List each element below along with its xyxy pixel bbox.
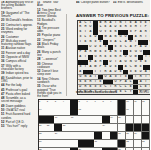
answer-black-square: [78, 45, 83, 50]
clue-number: 15: [79, 108, 82, 110]
puzzle-black-square: [110, 148, 118, 150]
answer-letter-cell: N: [88, 40, 93, 45]
puzzle-empty-cell: [62, 132, 70, 140]
clue-number: 37: [118, 148, 121, 150]
answer-letter-cell: A: [88, 75, 93, 80]
answer-letter-cell: R: [138, 75, 143, 80]
answer-black-square: [143, 50, 148, 55]
clue-number: 7: [94, 100, 95, 102]
answer-letter-cell: O: [88, 25, 93, 30]
clue-column-1: 18 Alphabetically first of the acting Ba…: [1, 1, 34, 149]
answer-letter-cell: S: [113, 75, 118, 80]
clue-number: 28: [126, 132, 129, 134]
puzzle-empty-cell: 37: [118, 148, 126, 150]
puzzle-empty-cell: [94, 116, 102, 124]
clue-number: 36: [79, 148, 82, 150]
answer-letter-cell: G: [118, 35, 123, 40]
answer-black-square: [148, 50, 150, 55]
puzzle-date: 12/9/15: [139, 90, 149, 94]
answer-black-square: [133, 80, 138, 85]
answer-black-square: [93, 30, 98, 35]
clue-item: 14 Tire pressure abbr.: [37, 27, 64, 33]
answer-grid: ACTBRAINTEASERRHOLEADERSHIPSETAOVENSPARE…: [77, 20, 150, 96]
puzzle-empty-cell: 27: [118, 132, 126, 140]
answer-letter-cell: T: [83, 65, 88, 70]
puzzle-empty-cell: [102, 108, 110, 116]
puzzle-empty-cell: [62, 148, 70, 150]
puzzle-empty-cell: [110, 124, 118, 132]
puzzle-empty-cell: [46, 132, 54, 140]
puzzle-empty-cell: [62, 108, 70, 116]
clue-item: 11 "Shane" star Alan: [37, 1, 64, 7]
answer-letter-cell: C: [83, 21, 88, 26]
puzzle-empty-cell: 15: [78, 108, 86, 116]
clue-item: 19 Gargamel of "The Smurfs": [1, 12, 34, 18]
answer-letter-cell: A: [108, 35, 113, 40]
puzzle-empty-cell: [102, 140, 110, 148]
answer-letter-cell: I: [133, 40, 138, 45]
answer-letter-cell: T: [143, 80, 148, 85]
answer-black-square: [128, 75, 133, 80]
clue-number: 14: [39, 108, 42, 110]
answer-black-square: [148, 65, 150, 70]
answer-letter-cell: E: [78, 80, 83, 85]
answer-letter-cell: S: [148, 35, 150, 40]
answer-black-square: [98, 35, 103, 40]
puzzle-empty-cell: 2: [46, 100, 54, 108]
puzzle-black-square: [102, 116, 110, 124]
answer-letter-cell: R: [123, 25, 128, 30]
answer-black-square: [123, 50, 128, 55]
puzzle-empty-cell: [118, 124, 126, 132]
answer-letter-cell: O: [98, 30, 103, 35]
answer-letter-cell: A: [83, 50, 88, 55]
answer-black-square: [118, 30, 123, 35]
answer-black-square: [93, 21, 98, 26]
answer-letter-cell: R: [138, 35, 143, 40]
footer-line: www.latimes.com/crossword 12/9/15: [76, 90, 149, 94]
answer-letter-cell: V: [103, 30, 108, 35]
clue-number: 22: [47, 124, 50, 126]
answer-black-square: [123, 70, 128, 75]
puzzle-empty-cell: [134, 108, 142, 116]
answer-black-square: [103, 40, 108, 45]
clue-item: 51 Fruit-flavored hard candies: [1, 113, 34, 119]
clue-item: 53 "You hurt!" reply: [1, 125, 34, 128]
answer-letter-cell: E: [88, 35, 93, 40]
answer-letter-cell: N: [118, 21, 123, 26]
clue-number: 16: [126, 108, 129, 110]
answer-letter-cell: R: [98, 55, 103, 60]
answer-letter-cell: I: [113, 21, 118, 26]
clue-number: 20: [118, 116, 121, 118]
answer-letter-cell: E: [128, 50, 133, 55]
puzzle-empty-cell: [134, 116, 142, 124]
answer-letter-cell: M: [133, 65, 138, 70]
puzzle-empty-cell: 6: [86, 100, 94, 108]
answer-letter-cell: E: [103, 65, 108, 70]
answer-letter-cell: N: [113, 35, 118, 40]
clue-number: 10: [126, 100, 129, 102]
answer-letter-cell: O: [103, 75, 108, 80]
answer-letter-cell: O: [113, 80, 118, 85]
answer-letter-cell: S: [78, 35, 83, 40]
answer-letter-cell: H: [83, 25, 88, 30]
answer-letter-cell: L: [98, 25, 103, 30]
answer-black-square: [103, 80, 108, 85]
answer-letter-cell: E: [148, 45, 150, 50]
answer-letter-cell: A: [128, 45, 133, 50]
answer-letter-cell: A: [133, 35, 138, 40]
answer-letter-cell: M: [93, 65, 98, 70]
answer-letter-cell: E: [138, 65, 143, 70]
answer-letter-cell: I: [98, 70, 103, 75]
clue-number: 26: [55, 132, 58, 134]
answer-letter-cell: P: [118, 80, 123, 85]
answer-letter-cell: E: [98, 45, 103, 50]
answer-letter-cell: E: [88, 60, 93, 65]
newspaper-crossword-page: 18 Alphabetically first of the acting Ba…: [0, 0, 150, 150]
clue-number: 2: [47, 100, 48, 102]
clue-number: 18: [71, 116, 74, 118]
puzzle-empty-cell: [62, 140, 70, 148]
puzzle-empty-cell: 31: [94, 140, 102, 148]
answer-section-header: ANSWER TO PREVIOUS PUZZLE:: [76, 13, 150, 18]
answer-letter-cell: L: [118, 40, 123, 45]
answer-letter-cell: E: [113, 45, 118, 50]
clue-item: 40 Kazakhstan, prior to 1991: [1, 77, 34, 83]
answer-black-square: [98, 75, 103, 80]
answer-letter-cell: G: [123, 60, 128, 65]
clue-number: 24: [102, 124, 105, 126]
puzzle-empty-cell: [70, 140, 78, 148]
puzzle-empty-cell: 4: [62, 100, 70, 108]
puzzle-black-square: [46, 116, 54, 124]
puzzle-empty-cell: 33: [142, 140, 150, 148]
answer-letter-cell: S: [128, 25, 133, 30]
answer-letter-cell: E: [128, 21, 133, 26]
answer-letter-cell: I: [93, 80, 98, 85]
answer-letter-cell: D: [113, 70, 118, 75]
clue-number: 23: [63, 124, 66, 126]
answer-letter-cell: O: [123, 35, 128, 40]
puzzle-empty-cell: [86, 108, 94, 116]
puzzle-empty-cell: [142, 148, 150, 150]
answer-letter-cell: E: [103, 55, 108, 60]
puzzle-black-square: [118, 140, 126, 148]
answer-letter-cell: R: [118, 55, 123, 60]
answer-letter-cell: A: [88, 65, 93, 70]
puzzle-empty-cell: 18: [70, 116, 78, 124]
puzzle-empty-cell: 35: [39, 148, 47, 150]
puzzle-website-url: www.latimes.com/crossword: [76, 90, 117, 94]
answer-letter-cell: D: [93, 45, 98, 50]
answer-letter-cell: B: [98, 21, 103, 26]
clue-number: 35: [39, 148, 42, 150]
puzzle-empty-cell: [110, 108, 118, 116]
answer-letter-cell: O: [148, 75, 150, 80]
answer-letter-cell: T: [78, 40, 83, 45]
answer-letter-cell: C: [128, 65, 133, 70]
clue-number: 21: [39, 124, 42, 126]
puzzle-empty-cell: 9: [110, 100, 118, 108]
clue-number: 27: [118, 132, 121, 134]
puzzle-empty-cell: [94, 148, 102, 150]
answer-letter-cell: H: [133, 25, 138, 30]
answer-letter-cell: A: [108, 70, 113, 75]
clue-column-4: 55 EMTs' destinations: [113, 1, 149, 12]
puzzle-empty-cell: [142, 116, 150, 124]
puzzle-empty-cell: [78, 132, 86, 140]
answer-letter-cell: E: [148, 80, 150, 85]
clue-column-3: 46 Cockpit panel button?: [76, 1, 110, 12]
puzzle-black-square: [142, 132, 150, 140]
puzzle-empty-cell: 5: [78, 100, 86, 108]
puzzle-empty-cell: 20: [118, 116, 126, 124]
answer-letter-cell: M: [93, 50, 98, 55]
answer-letter-cell: A: [143, 70, 148, 75]
puzzle-black-square: [142, 124, 150, 132]
answer-letter-cell: O: [133, 60, 138, 65]
puzzle-empty-cell: [54, 140, 62, 148]
clue-item: 55 EMTs' destinations: [113, 1, 149, 4]
answer-letter-cell: P: [143, 25, 148, 30]
puzzle-empty-cell: 21: [39, 124, 47, 132]
clue-item: 25 Word ending for enzymes: [1, 28, 34, 34]
answer-letter-cell: R: [88, 50, 93, 55]
puzzle-empty-cell: [86, 124, 94, 132]
answer-letter-cell: L: [83, 35, 88, 40]
answer-letter-cell: E: [103, 25, 108, 30]
answer-letter-cell: S: [103, 50, 108, 55]
answer-letter-cell: O: [88, 45, 93, 50]
puzzle-empty-cell: 7: [94, 100, 102, 108]
puzzle-empty-cell: [54, 108, 62, 116]
clue-number: 32: [126, 140, 129, 142]
clue-number: 8: [102, 100, 103, 102]
puzzle-empty-cell: 32: [126, 140, 134, 148]
puzzle-empty-cell: [46, 140, 54, 148]
puzzle-grid: 1234567891011121314151617181920212223242…: [38, 99, 151, 150]
puzzle-empty-cell: [102, 132, 110, 140]
answer-letter-cell: O: [148, 40, 150, 45]
answer-black-square: [88, 70, 93, 75]
answer-black-square: [138, 40, 143, 45]
clue-number: 11: [134, 100, 136, 102]
answer-letter-cell: P: [78, 50, 83, 55]
puzzle-empty-cell: [86, 116, 94, 124]
answer-black-square: [93, 25, 98, 30]
puzzle-black-square: [70, 108, 78, 116]
answer-letter-cell: G: [133, 50, 138, 55]
answer-letter-cell: A: [138, 30, 143, 35]
answer-letter-cell: E: [83, 40, 88, 45]
puzzle-empty-cell: [78, 124, 86, 132]
answer-black-square: [128, 35, 133, 40]
answer-letter-cell: A: [118, 60, 123, 65]
puzzle-black-square: [39, 116, 47, 124]
puzzle-empty-cell: [94, 124, 102, 132]
answer-letter-cell: G: [93, 55, 98, 60]
answer-letter-cell: S: [148, 25, 150, 30]
puzzle-empty-cell: 12: [142, 100, 150, 108]
clue-item: 12 Two-time Best Actress Oscar winner Gl…: [37, 9, 64, 19]
answer-letter-cell: P: [133, 30, 138, 35]
answer-letter-cell: O: [138, 50, 143, 55]
answer-black-square: [83, 60, 88, 65]
answer-black-square: [78, 60, 83, 65]
clue-number: 31: [94, 140, 97, 142]
answer-letter-cell: S: [148, 60, 150, 65]
clue-number: 17: [55, 116, 58, 118]
puzzle-empty-cell: 11: [134, 100, 142, 108]
answer-letter-cell: E: [98, 50, 103, 55]
puzzle-empty-cell: [134, 148, 142, 150]
answer-black-square: [108, 80, 113, 85]
answer-letter-cell: L: [128, 80, 133, 85]
answer-letter-cell: S: [78, 65, 83, 70]
answer-letter-cell: N: [148, 70, 150, 75]
answer-letter-cell: M: [133, 55, 138, 60]
clue-item: 24 Black Friday deals: [37, 43, 64, 49]
answer-letter-cell: M: [103, 35, 108, 40]
clue-column-2: 11 "Shane" star Alan12 Two-time Best Act…: [37, 1, 64, 97]
answer-black-square: [83, 45, 88, 50]
clue-number: 19: [110, 116, 113, 118]
answer-letter-cell: T: [83, 55, 88, 60]
answer-letter-cell: I: [143, 75, 148, 80]
answer-letter-cell: O: [128, 55, 133, 60]
puzzle-empty-cell: [78, 116, 86, 124]
puzzle-empty-cell: 26: [54, 132, 62, 140]
clue-item: 37 Willy with a chocolate factory: [1, 65, 34, 71]
answer-letter-cell: G: [78, 75, 83, 80]
clue-item: 34 New Orleans sandwich: [37, 78, 64, 84]
clue-item: 27 Multi-day event featuring rainbow fla…: [1, 40, 34, 46]
puzzle-empty-cell: [46, 148, 54, 150]
answer-letter-cell: S: [118, 45, 123, 50]
clue-number: 25: [39, 132, 42, 134]
puzzle-empty-cell: 30: [39, 140, 47, 148]
answer-letter-cell: D: [138, 70, 143, 75]
puzzle-empty-cell: [134, 140, 142, 148]
puzzle-empty-cell: [70, 124, 78, 132]
answer-letter-cell: E: [83, 80, 88, 85]
puzzle-black-square: [118, 100, 126, 108]
puzzle-empty-cell: [54, 148, 62, 150]
answer-letter-cell: A: [78, 55, 83, 60]
puzzle-black-square: [102, 148, 110, 150]
answer-letter-cell: E: [108, 55, 113, 60]
answer-letter-cell: A: [88, 30, 93, 35]
answer-black-square: [143, 40, 148, 45]
puzzle-black-square: [134, 124, 142, 132]
answer-letter-cell: E: [78, 30, 83, 35]
answer-letter-cell: T: [143, 35, 148, 40]
answer-letter-cell: E: [113, 65, 118, 70]
puzzle-black-square: [78, 140, 86, 148]
puzzle-empty-cell: 23: [62, 124, 70, 132]
puzzle-black-square: [118, 108, 126, 116]
answer-letter-cell: A: [123, 80, 128, 85]
puzzle-empty-cell: [86, 148, 94, 150]
clue-number: 33: [142, 140, 145, 142]
puzzle-empty-cell: 22: [46, 124, 54, 132]
clue-item: 18 Alphabetically first of the acting Ba…: [1, 1, 34, 11]
puzzle-empty-cell: 3: [54, 100, 62, 108]
answer-letter-cell: D: [143, 45, 148, 50]
answer-letter-cell: A: [133, 21, 138, 26]
puzzle-empty-cell: 14: [39, 108, 47, 116]
puzzle-empty-cell: 1: [39, 100, 47, 108]
answer-black-square: [88, 55, 93, 60]
answer-letter-cell: N: [113, 30, 118, 35]
clue-item: 28 "---weensie": [37, 58, 64, 61]
answer-letter-cell: I: [138, 25, 143, 30]
puzzle-empty-cell: 28: [126, 132, 134, 140]
puzzle-empty-cell: 19: [110, 116, 118, 124]
answer-letter-cell: M: [128, 40, 133, 45]
answer-letter-cell: D: [108, 60, 113, 65]
answer-letter-cell: N: [113, 55, 118, 60]
clue-number: 5: [79, 100, 80, 102]
clue-item: 26 Many a punch line: [37, 51, 64, 57]
answer-letter-cell: A: [93, 60, 98, 65]
answer-letter-cell: D: [113, 25, 118, 30]
answer-letter-cell: A: [108, 75, 113, 80]
puzzle-empty-cell: 10: [126, 100, 134, 108]
answer-letter-cell: I: [118, 75, 123, 80]
answer-letter-cell: R: [143, 30, 148, 35]
answer-letter-cell: A: [123, 65, 128, 70]
answer-black-square: [108, 45, 113, 50]
puzzle-empty-cell: [142, 108, 150, 116]
answer-letter-cell: T: [133, 75, 138, 80]
clue-item: 35 Oscar who quipped "True friends stab …: [37, 85, 64, 97]
clue-item: 46 Cockpit panel button?: [76, 1, 110, 4]
answer-letter-cell: T: [123, 21, 128, 26]
column-divider-rule: [66, 14, 67, 96]
answer-letter-cell: N: [113, 50, 118, 55]
answer-letter-cell: C: [123, 45, 128, 50]
puzzle-empty-cell: 17: [54, 116, 62, 124]
answer-letter-cell: I: [113, 60, 118, 65]
puzzle-empty-cell: [126, 116, 134, 124]
puzzle-black-square: [94, 132, 102, 140]
answer-letter-cell: T: [93, 75, 98, 80]
answer-letter-cell: E: [108, 30, 113, 35]
answer-letter-cell: N: [83, 75, 88, 80]
puzzle-black-square: [54, 124, 62, 132]
answer-letter-cell: A: [108, 21, 113, 26]
answer-letter-cell: S: [93, 40, 98, 45]
answer-letter-cell: R: [98, 60, 103, 65]
answer-letter-cell: S: [103, 45, 108, 50]
puzzle-black-square: [70, 148, 78, 150]
answer-black-square: [103, 60, 108, 65]
answer-letter-cell: A: [138, 45, 143, 50]
puzzle-empty-cell: [126, 148, 134, 150]
answer-letter-cell: N: [128, 60, 133, 65]
puzzle-black-square: [126, 124, 134, 132]
answer-letter-cell: E: [148, 30, 150, 35]
clue-item: 32 Doesn't lose sleep over: [37, 70, 64, 76]
answer-letter-cell: A: [138, 80, 143, 85]
clue-item: 30 Chinese cookware: [37, 63, 64, 69]
puzzle-empty-cell: 36: [78, 148, 86, 150]
puzzle-empty-cell: 29: [134, 132, 142, 140]
puzzle-empty-cell: [86, 132, 94, 140]
